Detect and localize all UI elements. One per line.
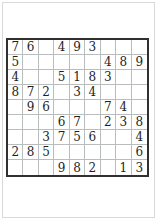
sudoku-cell-r8c2[interactable]: 8	[23, 145, 38, 160]
sudoku-cell-r3c5[interactable]: 1	[70, 70, 85, 85]
sudoku-cell-r5c7[interactable]: 7	[101, 100, 116, 115]
sudoku-cell-r8c4[interactable]	[54, 145, 69, 160]
sudoku-cell-r6c8[interactable]: 3	[116, 115, 131, 130]
sudoku-cell-r2c6[interactable]	[85, 55, 100, 70]
sudoku-cell-r2c5[interactable]	[70, 55, 85, 70]
sudoku-cell-r8c1[interactable]: 2	[8, 145, 23, 160]
sudoku-cell-r5c9[interactable]	[132, 100, 147, 115]
sudoku-cell-r1c6[interactable]: 3	[85, 40, 100, 55]
sudoku-cell-r4c5[interactable]: 3	[70, 85, 85, 100]
printed-page: 7649354894518387234967467238375642856982…	[0, 0, 157, 220]
sudoku-cell-r8c6[interactable]	[85, 145, 100, 160]
sudoku-cell-r2c8[interactable]: 8	[116, 55, 131, 70]
sudoku-cell-r9c5[interactable]: 8	[70, 160, 85, 175]
sudoku-cell-r9c2[interactable]	[23, 160, 38, 175]
sudoku-cell-r8c9[interactable]: 6	[132, 145, 147, 160]
sudoku-cell-r5c5[interactable]	[70, 100, 85, 115]
sudoku-cell-r4c1[interactable]: 8	[8, 85, 23, 100]
sudoku-cell-r4c6[interactable]: 4	[85, 85, 100, 100]
sudoku-cell-r5c2[interactable]: 9	[23, 100, 38, 115]
sudoku-cell-r7c6[interactable]: 6	[85, 130, 100, 145]
sudoku-cell-r4c8[interactable]	[116, 85, 131, 100]
sudoku-cell-r9c9[interactable]: 3	[132, 160, 147, 175]
sudoku-cell-r6c7[interactable]: 2	[101, 115, 116, 130]
sudoku-cell-r3c4[interactable]: 5	[54, 70, 69, 85]
sudoku-cell-r3c1[interactable]: 4	[8, 70, 23, 85]
sudoku-cell-r7c5[interactable]: 5	[70, 130, 85, 145]
sudoku-cell-r1c9[interactable]	[132, 40, 147, 55]
sudoku-cell-r9c7[interactable]	[101, 160, 116, 175]
sudoku-cell-r5c8[interactable]: 4	[116, 100, 131, 115]
sudoku-cell-r5c6[interactable]	[85, 100, 100, 115]
sudoku-cell-r1c1[interactable]: 7	[8, 40, 23, 55]
sudoku-cell-r7c4[interactable]: 7	[54, 130, 69, 145]
sudoku-cell-r7c3[interactable]: 3	[39, 130, 54, 145]
sudoku-cell-r8c5[interactable]	[70, 145, 85, 160]
sudoku-cell-r2c2[interactable]	[23, 55, 38, 70]
sudoku-cell-r8c7[interactable]	[101, 145, 116, 160]
sudoku-board: 7649354894518387234967467238375642856982…	[6, 38, 149, 177]
sudoku-cell-r1c3[interactable]	[39, 40, 54, 55]
sudoku-cell-r4c4[interactable]	[54, 85, 69, 100]
sudoku-cell-r7c1[interactable]	[8, 130, 23, 145]
sudoku-cell-r6c6[interactable]	[85, 115, 100, 130]
sudoku-cell-r6c1[interactable]	[8, 115, 23, 130]
sudoku-cell-r4c2[interactable]: 7	[23, 85, 38, 100]
sudoku-cell-r1c5[interactable]: 9	[70, 40, 85, 55]
sudoku-cell-r3c6[interactable]: 8	[85, 70, 100, 85]
sudoku-cell-r8c8[interactable]	[116, 145, 131, 160]
sudoku-cell-r1c2[interactable]: 6	[23, 40, 38, 55]
sudoku-cell-r6c3[interactable]	[39, 115, 54, 130]
sudoku-cell-r7c7[interactable]	[101, 130, 116, 145]
sudoku-cell-r8c3[interactable]: 5	[39, 145, 54, 160]
sudoku-cell-r9c6[interactable]: 2	[85, 160, 100, 175]
sudoku-cell-r2c3[interactable]	[39, 55, 54, 70]
sudoku-cell-r5c1[interactable]	[8, 100, 23, 115]
sudoku-cell-r5c4[interactable]	[54, 100, 69, 115]
sudoku-cell-r9c1[interactable]	[8, 160, 23, 175]
sudoku-cell-r2c1[interactable]: 5	[8, 55, 23, 70]
sudoku-cell-r3c7[interactable]: 3	[101, 70, 116, 85]
sudoku-cell-r3c3[interactable]	[39, 70, 54, 85]
sudoku-cell-r7c9[interactable]: 4	[132, 130, 147, 145]
sudoku-cell-r6c4[interactable]: 6	[54, 115, 69, 130]
sudoku-cell-r4c3[interactable]: 2	[39, 85, 54, 100]
sudoku-cell-r4c7[interactable]	[101, 85, 116, 100]
sudoku-cell-r7c8[interactable]	[116, 130, 131, 145]
sudoku-cell-r3c9[interactable]	[132, 70, 147, 85]
sudoku-cell-r2c4[interactable]	[54, 55, 69, 70]
sudoku-cell-r3c2[interactable]	[23, 70, 38, 85]
sudoku-cell-r6c2[interactable]	[23, 115, 38, 130]
sudoku-cell-r2c9[interactable]: 9	[132, 55, 147, 70]
sudoku-cell-r4c9[interactable]	[132, 85, 147, 100]
sudoku-cell-r1c8[interactable]	[116, 40, 131, 55]
sudoku-cell-r9c8[interactable]: 1	[116, 160, 131, 175]
sudoku-cell-r5c3[interactable]: 6	[39, 100, 54, 115]
sudoku-cell-r7c2[interactable]	[23, 130, 38, 145]
sudoku-cell-r3c8[interactable]	[116, 70, 131, 85]
sudoku-cell-r6c9[interactable]: 8	[132, 115, 147, 130]
sudoku-cell-r1c7[interactable]	[101, 40, 116, 55]
sudoku-cell-r2c7[interactable]: 4	[101, 55, 116, 70]
sudoku-cell-r6c5[interactable]: 7	[70, 115, 85, 130]
sudoku-cell-r9c4[interactable]: 9	[54, 160, 69, 175]
sudoku-cell-r1c4[interactable]: 4	[54, 40, 69, 55]
sudoku-cell-r9c3[interactable]	[39, 160, 54, 175]
